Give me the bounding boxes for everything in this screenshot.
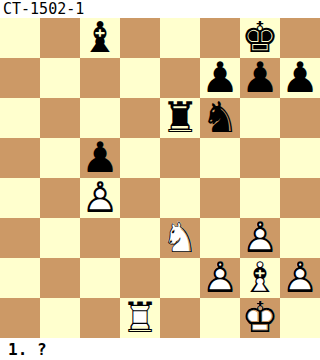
square-f3[interactable] bbox=[200, 218, 240, 258]
white-king: ♚♔ bbox=[240, 298, 280, 338]
square-f5[interactable] bbox=[200, 138, 240, 178]
square-e3[interactable]: ♞♘ bbox=[160, 218, 200, 258]
square-f4[interactable] bbox=[200, 178, 240, 218]
square-f7[interactable]: ♟ bbox=[200, 58, 240, 98]
square-h6[interactable] bbox=[280, 98, 320, 138]
square-h8[interactable] bbox=[280, 18, 320, 58]
square-c3[interactable] bbox=[80, 218, 120, 258]
square-f1[interactable] bbox=[200, 298, 240, 338]
white-knight: ♞♘ bbox=[160, 218, 200, 258]
square-b3[interactable] bbox=[40, 218, 80, 258]
square-c8[interactable]: ♝ bbox=[80, 18, 120, 58]
white-pawn: ♟♙ bbox=[240, 218, 280, 258]
square-c1[interactable] bbox=[80, 298, 120, 338]
square-f6[interactable]: ♞ bbox=[200, 98, 240, 138]
square-b2[interactable] bbox=[40, 258, 80, 298]
black-pawn: ♟ bbox=[240, 58, 280, 98]
square-d1[interactable]: ♜♖ bbox=[120, 298, 160, 338]
white-pawn: ♟♙ bbox=[280, 258, 320, 298]
square-d5[interactable] bbox=[120, 138, 160, 178]
black-pawn: ♟ bbox=[280, 58, 320, 98]
square-e1[interactable] bbox=[160, 298, 200, 338]
square-e7[interactable] bbox=[160, 58, 200, 98]
black-pawn: ♟ bbox=[200, 58, 240, 98]
black-pawn: ♟ bbox=[80, 138, 120, 178]
black-rook: ♜ bbox=[160, 98, 200, 138]
square-h3[interactable] bbox=[280, 218, 320, 258]
chess-board: ♝♚♟♟♟♜♞♟♟♙♞♘♟♙♟♙♝♗♟♙♜♖♚♔ bbox=[0, 18, 320, 338]
black-knight: ♞ bbox=[200, 98, 240, 138]
square-f8[interactable] bbox=[200, 18, 240, 58]
square-b7[interactable] bbox=[40, 58, 80, 98]
square-d4[interactable] bbox=[120, 178, 160, 218]
square-h2[interactable]: ♟♙ bbox=[280, 258, 320, 298]
square-d2[interactable] bbox=[120, 258, 160, 298]
square-d3[interactable] bbox=[120, 218, 160, 258]
square-f2[interactable]: ♟♙ bbox=[200, 258, 240, 298]
square-g7[interactable]: ♟ bbox=[240, 58, 280, 98]
white-pawn: ♟♙ bbox=[80, 178, 120, 218]
white-pawn: ♟♙ bbox=[200, 258, 240, 298]
square-d6[interactable] bbox=[120, 98, 160, 138]
square-e5[interactable] bbox=[160, 138, 200, 178]
square-d7[interactable] bbox=[120, 58, 160, 98]
square-g1[interactable]: ♚♔ bbox=[240, 298, 280, 338]
square-a6[interactable] bbox=[0, 98, 40, 138]
square-e8[interactable] bbox=[160, 18, 200, 58]
square-g6[interactable] bbox=[240, 98, 280, 138]
square-h1[interactable] bbox=[280, 298, 320, 338]
square-a5[interactable] bbox=[0, 138, 40, 178]
square-b4[interactable] bbox=[40, 178, 80, 218]
square-b8[interactable] bbox=[40, 18, 80, 58]
square-g2[interactable]: ♝♗ bbox=[240, 258, 280, 298]
square-h5[interactable] bbox=[280, 138, 320, 178]
square-c5[interactable]: ♟ bbox=[80, 138, 120, 178]
black-king: ♚ bbox=[240, 18, 280, 58]
square-a8[interactable] bbox=[0, 18, 40, 58]
square-b5[interactable] bbox=[40, 138, 80, 178]
square-a1[interactable] bbox=[0, 298, 40, 338]
square-b6[interactable] bbox=[40, 98, 80, 138]
square-c2[interactable] bbox=[80, 258, 120, 298]
square-a3[interactable] bbox=[0, 218, 40, 258]
black-bishop: ♝ bbox=[80, 18, 120, 58]
square-c4[interactable]: ♟♙ bbox=[80, 178, 120, 218]
square-e2[interactable] bbox=[160, 258, 200, 298]
square-h4[interactable] bbox=[280, 178, 320, 218]
square-a7[interactable] bbox=[0, 58, 40, 98]
square-g3[interactable]: ♟♙ bbox=[240, 218, 280, 258]
square-e4[interactable] bbox=[160, 178, 200, 218]
white-rook: ♜♖ bbox=[120, 298, 160, 338]
square-g8[interactable]: ♚ bbox=[240, 18, 280, 58]
square-d8[interactable] bbox=[120, 18, 160, 58]
square-b1[interactable] bbox=[40, 298, 80, 338]
square-h7[interactable]: ♟ bbox=[280, 58, 320, 98]
square-c6[interactable] bbox=[80, 98, 120, 138]
square-g4[interactable] bbox=[240, 178, 280, 218]
square-g5[interactable] bbox=[240, 138, 280, 178]
square-c7[interactable] bbox=[80, 58, 120, 98]
square-a2[interactable] bbox=[0, 258, 40, 298]
white-bishop: ♝♗ bbox=[240, 258, 280, 298]
square-a4[interactable] bbox=[0, 178, 40, 218]
square-e6[interactable]: ♜ bbox=[160, 98, 200, 138]
